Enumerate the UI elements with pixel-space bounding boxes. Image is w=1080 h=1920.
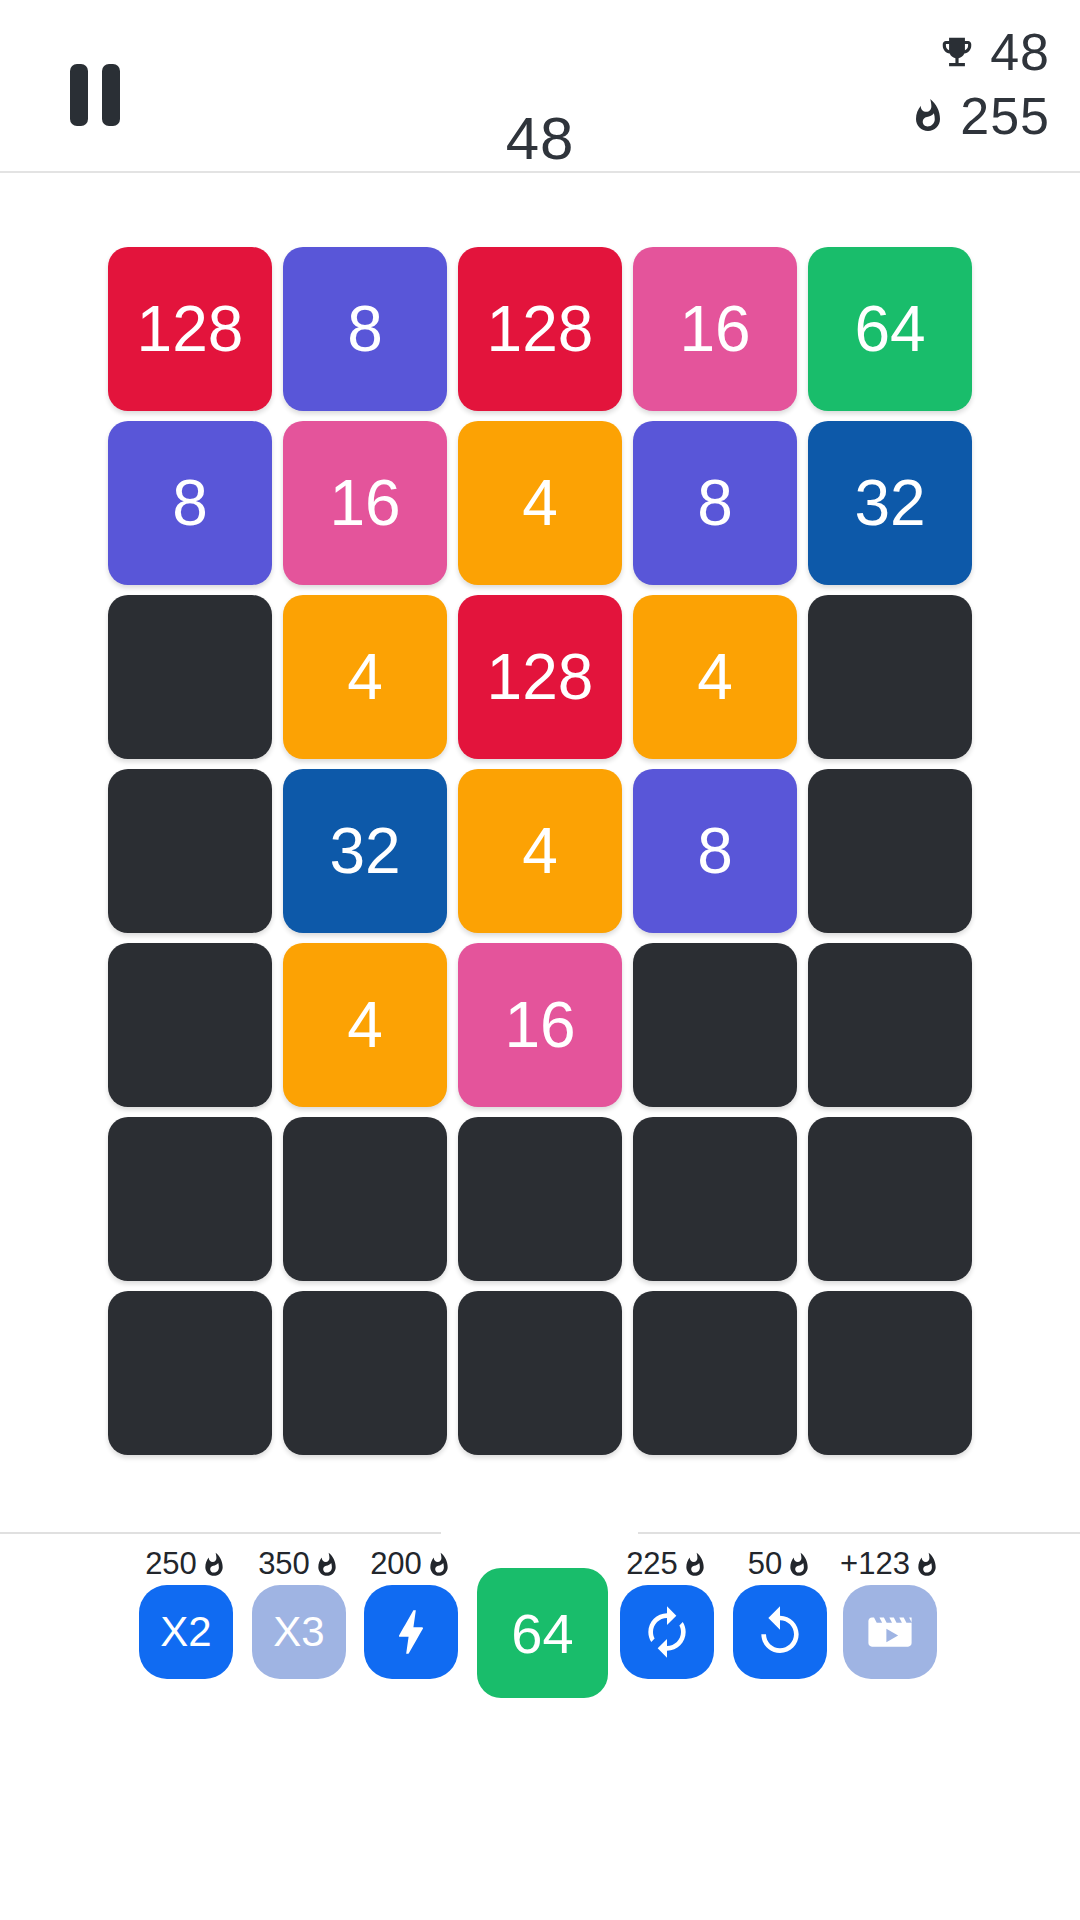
swap-refresh-icon bbox=[639, 1604, 695, 1660]
tray-divider-left bbox=[0, 1532, 441, 1534]
header-divider bbox=[0, 171, 1080, 173]
tray-divider-right bbox=[638, 1532, 1080, 1534]
tile-128[interactable]: 128 bbox=[108, 247, 272, 411]
empty-cell[interactable] bbox=[458, 1291, 622, 1455]
flame-icon bbox=[426, 1552, 452, 1578]
empty-cell[interactable] bbox=[808, 943, 972, 1107]
tile-4[interactable]: 4 bbox=[458, 421, 622, 585]
flame-icon bbox=[201, 1552, 227, 1578]
lightning-cost-label: 200 bbox=[344, 1547, 478, 1581]
tile-128[interactable]: 128 bbox=[458, 247, 622, 411]
flame-score: 255 bbox=[960, 86, 1050, 146]
tile-64[interactable]: 64 bbox=[808, 247, 972, 411]
empty-cell[interactable] bbox=[108, 595, 272, 759]
watch-ad-button[interactable] bbox=[843, 1585, 937, 1679]
empty-cell[interactable] bbox=[108, 1117, 272, 1281]
empty-cell[interactable] bbox=[633, 1117, 797, 1281]
header-stats: 48 255 bbox=[910, 24, 1050, 144]
tile-4[interactable]: 4 bbox=[633, 595, 797, 759]
flame-icon bbox=[914, 1552, 940, 1578]
tile-8[interactable]: 8 bbox=[108, 421, 272, 585]
lightning-boost-button[interactable] bbox=[364, 1585, 458, 1679]
tile-16[interactable]: 16 bbox=[633, 247, 797, 411]
x2-multiplier-button[interactable]: X2 bbox=[139, 1585, 233, 1679]
tile-128[interactable]: 128 bbox=[458, 595, 622, 759]
empty-cell[interactable] bbox=[108, 769, 272, 933]
empty-cell[interactable] bbox=[808, 1117, 972, 1281]
tile-4[interactable]: 4 bbox=[283, 595, 447, 759]
trophy-score: 48 bbox=[990, 22, 1050, 82]
flame-icon bbox=[682, 1552, 708, 1578]
empty-cell[interactable] bbox=[283, 1117, 447, 1281]
ad-reward-label: +123 bbox=[818, 1547, 962, 1581]
empty-cell[interactable] bbox=[808, 1291, 972, 1455]
game-screen: 48 48 255 128812816648164832412843248416… bbox=[0, 0, 1080, 1920]
x3-multiplier-button[interactable]: X3 bbox=[252, 1585, 346, 1679]
flame-score-row: 255 bbox=[910, 88, 1050, 144]
undo-button[interactable] bbox=[733, 1585, 827, 1679]
tile-4[interactable]: 4 bbox=[458, 769, 622, 933]
movie-ad-icon bbox=[863, 1605, 917, 1659]
empty-cell[interactable] bbox=[808, 595, 972, 759]
empty-cell[interactable] bbox=[633, 1291, 797, 1455]
empty-cell[interactable] bbox=[633, 943, 797, 1107]
tile-32[interactable]: 32 bbox=[283, 769, 447, 933]
flame-icon bbox=[314, 1552, 340, 1578]
swap-tile-button[interactable] bbox=[620, 1585, 714, 1679]
tile-16[interactable]: 16 bbox=[458, 943, 622, 1107]
next-tile[interactable]: 64 bbox=[477, 1568, 608, 1698]
tile-4[interactable]: 4 bbox=[283, 943, 447, 1107]
tile-8[interactable]: 8 bbox=[633, 421, 797, 585]
empty-cell[interactable] bbox=[283, 1291, 447, 1455]
trophy-icon bbox=[938, 33, 976, 71]
flame-icon bbox=[910, 98, 946, 134]
tile-32[interactable]: 32 bbox=[808, 421, 972, 585]
empty-cell[interactable] bbox=[808, 769, 972, 933]
flame-icon bbox=[786, 1552, 812, 1578]
trophy-score-row: 48 bbox=[938, 24, 1050, 80]
tile-16[interactable]: 16 bbox=[283, 421, 447, 585]
empty-cell[interactable] bbox=[108, 943, 272, 1107]
board: 128812816648164832412843248416 bbox=[108, 247, 972, 1455]
tile-8[interactable]: 8 bbox=[283, 247, 447, 411]
empty-cell[interactable] bbox=[458, 1117, 622, 1281]
lightning-icon bbox=[382, 1603, 440, 1661]
tile-8[interactable]: 8 bbox=[633, 769, 797, 933]
undo-icon bbox=[752, 1604, 808, 1660]
empty-cell[interactable] bbox=[108, 1291, 272, 1455]
